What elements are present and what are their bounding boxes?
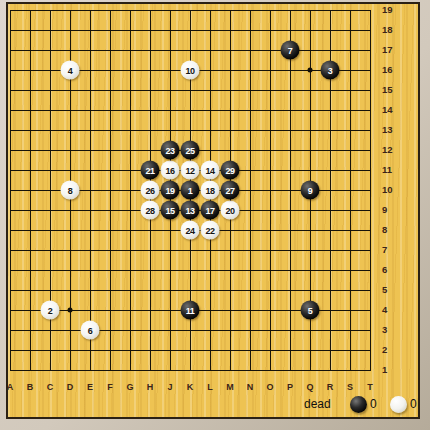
row-label-12: 12	[382, 144, 400, 156]
black-stone-move-17[interactable]: 17	[201, 201, 220, 220]
row-label-19: 19	[382, 4, 400, 16]
black-stone-move-9[interactable]: 9	[301, 181, 320, 200]
col-label-N: N	[243, 382, 257, 392]
black-stone-move-21[interactable]: 21	[141, 161, 160, 180]
white-stone-move-4[interactable]: 4	[61, 61, 80, 80]
white-stone-move-2[interactable]: 2	[41, 301, 60, 320]
black-captures-stone-icon	[350, 396, 367, 413]
white-stone-move-18[interactable]: 18	[201, 181, 220, 200]
black-stone-move-1[interactable]: 1	[181, 181, 200, 200]
black-stone-move-25[interactable]: 25	[181, 141, 200, 160]
row-label-10: 10	[382, 184, 400, 196]
black-stone-move-13[interactable]: 13	[181, 201, 200, 220]
col-label-P: P	[283, 382, 297, 392]
col-label-S: S	[343, 382, 357, 392]
black-stone-move-7[interactable]: 7	[281, 41, 300, 60]
col-label-J: J	[163, 382, 177, 392]
col-label-L: L	[203, 382, 217, 392]
col-label-E: E	[83, 382, 97, 392]
row-label-7: 7	[382, 244, 400, 256]
row-label-16: 16	[382, 64, 400, 76]
white-stone-move-8[interactable]: 8	[61, 181, 80, 200]
row-label-2: 2	[382, 344, 400, 356]
col-label-K: K	[183, 382, 197, 392]
star-point	[308, 68, 313, 73]
white-stone-move-6[interactable]: 6	[81, 321, 100, 340]
row-label-5: 5	[382, 284, 400, 296]
col-label-G: G	[123, 382, 137, 392]
white-stone-move-14[interactable]: 14	[201, 161, 220, 180]
row-label-11: 11	[382, 164, 400, 176]
black-stone-move-19[interactable]: 19	[161, 181, 180, 200]
row-label-17: 17	[382, 44, 400, 56]
black-stone-move-27[interactable]: 27	[221, 181, 240, 200]
white-stone-move-20[interactable]: 20	[221, 201, 240, 220]
row-label-6: 6	[382, 264, 400, 276]
dead-label: dead	[304, 397, 331, 411]
col-label-O: O	[263, 382, 277, 392]
col-label-F: F	[103, 382, 117, 392]
black-stone-move-15[interactable]: 15	[161, 201, 180, 220]
white-stone-move-16[interactable]: 16	[161, 161, 180, 180]
row-label-15: 15	[382, 84, 400, 96]
black-stone-move-29[interactable]: 29	[221, 161, 240, 180]
white-stone-move-26[interactable]: 26	[141, 181, 160, 200]
col-label-B: B	[23, 382, 37, 392]
black-stone-move-5[interactable]: 5	[301, 301, 320, 320]
col-label-Q: Q	[303, 382, 317, 392]
col-label-C: C	[43, 382, 57, 392]
white-captures-stone-icon	[390, 396, 407, 413]
white-stone-move-28[interactable]: 28	[141, 201, 160, 220]
white-captures-count: 0	[410, 397, 417, 411]
black-stone-move-3[interactable]: 3	[321, 61, 340, 80]
row-label-8: 8	[382, 224, 400, 236]
col-label-A: A	[3, 382, 17, 392]
row-label-9: 9	[382, 204, 400, 216]
black-stone-move-11[interactable]: 11	[181, 301, 200, 320]
row-label-4: 4	[382, 304, 400, 316]
star-point	[68, 308, 73, 313]
row-label-14: 14	[382, 104, 400, 116]
black-captures-count: 0	[370, 397, 377, 411]
black-stone-move-23[interactable]: 23	[161, 141, 180, 160]
col-label-H: H	[143, 382, 157, 392]
white-stone-move-10[interactable]: 10	[181, 61, 200, 80]
row-label-13: 13	[382, 124, 400, 136]
white-stone-move-24[interactable]: 24	[181, 221, 200, 240]
row-label-18: 18	[382, 24, 400, 36]
col-label-M: M	[223, 382, 237, 392]
row-label-1: 1	[382, 364, 400, 376]
col-label-R: R	[323, 382, 337, 392]
white-stone-move-12[interactable]: 12	[181, 161, 200, 180]
white-stone-move-22[interactable]: 22	[201, 221, 220, 240]
col-label-D: D	[63, 382, 77, 392]
go-game-window: ABCDEFGHJKLMNOPQRST191817161514131211109…	[0, 0, 430, 430]
row-label-3: 3	[382, 324, 400, 336]
col-label-T: T	[363, 382, 377, 392]
